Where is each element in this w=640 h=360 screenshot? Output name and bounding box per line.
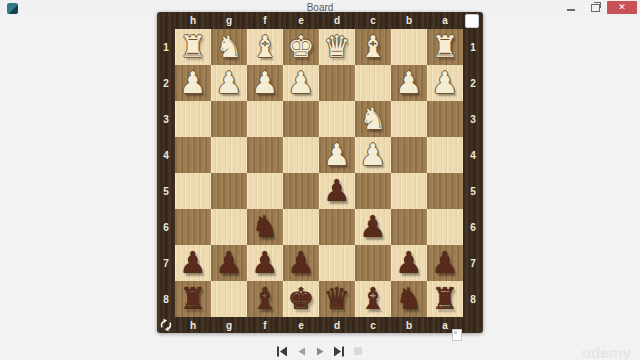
- square-f3[interactable]: [247, 101, 283, 137]
- rank-label-right-1: 1: [463, 29, 483, 65]
- square-c6[interactable]: ♟: [355, 209, 391, 245]
- piece-wQ-d1[interactable]: ♛: [319, 29, 355, 65]
- square-a2[interactable]: ♟: [427, 65, 463, 101]
- file-label-bottom-h: h: [175, 317, 211, 333]
- square-e6[interactable]: [283, 209, 319, 245]
- square-a7[interactable]: ♟: [427, 245, 463, 281]
- square-h6[interactable]: [175, 209, 211, 245]
- square-g3[interactable]: [211, 101, 247, 137]
- square-g8[interactable]: [211, 281, 247, 317]
- extra-control-button[interactable]: [351, 345, 365, 357]
- square-f6[interactable]: ♞: [247, 209, 283, 245]
- square-h8[interactable]: ♜: [175, 281, 211, 317]
- rank-label-right-7: 7: [463, 245, 483, 281]
- piece-bB-c8[interactable]: ♝: [355, 281, 391, 317]
- square-h7[interactable]: ♟: [175, 245, 211, 281]
- piece-wP-g2[interactable]: ♟: [211, 65, 247, 101]
- square-c8[interactable]: ♝: [355, 281, 391, 317]
- square-d6[interactable]: [319, 209, 355, 245]
- square-f1[interactable]: ♝: [247, 29, 283, 65]
- piece-bB-f8[interactable]: ♝: [247, 281, 283, 317]
- file-labels-bottom: hgfedcba: [175, 317, 463, 333]
- square-a1[interactable]: ♜: [427, 29, 463, 65]
- piece-wN-g1[interactable]: ♞: [211, 29, 247, 65]
- skip-to-start-icon: [276, 346, 288, 357]
- window-controls: ✕: [559, 1, 637, 14]
- piece-bP-f7[interactable]: ♟: [247, 245, 283, 281]
- square-h1[interactable]: ♜: [175, 29, 211, 65]
- square-g4[interactable]: [211, 137, 247, 173]
- close-button[interactable]: ✕: [607, 1, 637, 14]
- next-icon: [316, 347, 325, 356]
- previous-move-button[interactable]: [294, 345, 308, 357]
- rank-labels-left: 12345678: [157, 29, 175, 317]
- square-f2[interactable]: ♟: [247, 65, 283, 101]
- square-a8[interactable]: ♜: [427, 281, 463, 317]
- rank-label-left-7: 7: [157, 245, 175, 281]
- file-label-top-b: b: [391, 12, 427, 29]
- rank-label-left-6: 6: [157, 209, 175, 245]
- file-label-top-h: h: [175, 12, 211, 29]
- close-icon: ✕: [618, 1, 626, 14]
- square-d3[interactable]: [319, 101, 355, 137]
- square-b1[interactable]: [391, 29, 427, 65]
- square-f8[interactable]: ♝: [247, 281, 283, 317]
- square-c1[interactable]: ♝: [355, 29, 391, 65]
- square-a6[interactable]: [427, 209, 463, 245]
- small-image-placeholder-icon: [452, 329, 462, 341]
- circular-arrows-icon: [159, 318, 173, 332]
- square-a4[interactable]: [427, 137, 463, 173]
- rank-label-left-8: 8: [157, 281, 175, 317]
- square-c7[interactable]: [355, 245, 391, 281]
- square-b5[interactable]: [391, 173, 427, 209]
- file-label-top-g: g: [211, 12, 247, 29]
- square-e8[interactable]: ♚: [283, 281, 319, 317]
- file-label-bottom-c: c: [355, 317, 391, 333]
- piece-bP-g7[interactable]: ♟: [211, 245, 247, 281]
- board: ♜♞♝♚♛♝♜♟♟♟♟♟♟♞♟♟♟♞♟♟♟♟♟♟♟♜♝♚♛♝♞♜: [175, 29, 463, 317]
- square-e3[interactable]: [283, 101, 319, 137]
- piece-wP-e2[interactable]: ♟: [283, 65, 319, 101]
- white-to-move-indicator: [465, 14, 479, 28]
- restore-icon: [591, 4, 600, 12]
- rank-labels-right: 12345678: [463, 29, 483, 317]
- square-c2[interactable]: [355, 65, 391, 101]
- rank-label-right-5: 5: [463, 173, 483, 209]
- file-label-top-d: d: [319, 12, 355, 29]
- piece-bK-e8[interactable]: ♚: [283, 281, 319, 317]
- piece-wP-h2[interactable]: ♟: [175, 65, 211, 101]
- square-h4[interactable]: [175, 137, 211, 173]
- piece-wP-f2[interactable]: ♟: [247, 65, 283, 101]
- square-b8[interactable]: ♞: [391, 281, 427, 317]
- square-d2[interactable]: [319, 65, 355, 101]
- minimize-button[interactable]: [559, 1, 583, 14]
- piece-wR-a1[interactable]: ♜: [427, 29, 463, 65]
- square-f5[interactable]: [247, 173, 283, 209]
- minimize-icon: [567, 9, 575, 11]
- piece-wR-h1[interactable]: ♜: [175, 29, 211, 65]
- file-label-top-c: c: [355, 12, 391, 29]
- piece-bP-a7[interactable]: ♟: [427, 245, 463, 281]
- playback-controls: [0, 345, 640, 357]
- square-e2[interactable]: ♟: [283, 65, 319, 101]
- piece-wK-e1[interactable]: ♚: [283, 29, 319, 65]
- file-label-top-f: f: [247, 12, 283, 29]
- square-c3[interactable]: ♞: [355, 101, 391, 137]
- piece-bN-b8[interactable]: ♞: [391, 281, 427, 317]
- rank-label-right-4: 4: [463, 137, 483, 173]
- piece-bN-f6[interactable]: ♞: [247, 209, 283, 245]
- square-e5[interactable]: [283, 173, 319, 209]
- square-e4[interactable]: [283, 137, 319, 173]
- board-frame: hgfedcba 12345678 12345678 hgfedcba ♜♞♝♚…: [157, 12, 483, 333]
- piece-bR-h8[interactable]: ♜: [175, 281, 211, 317]
- piece-bP-b7[interactable]: ♟: [391, 245, 427, 281]
- square-b2[interactable]: ♟: [391, 65, 427, 101]
- square-h3[interactable]: [175, 101, 211, 137]
- square-a3[interactable]: [427, 101, 463, 137]
- rank-label-left-5: 5: [157, 173, 175, 209]
- piece-bP-h7[interactable]: ♟: [175, 245, 211, 281]
- file-label-bottom-f: f: [247, 317, 283, 333]
- rank-label-left-4: 4: [157, 137, 175, 173]
- rank-label-left-1: 1: [157, 29, 175, 65]
- next-move-button[interactable]: [313, 345, 327, 357]
- udemy-watermark: udemy: [582, 344, 631, 360]
- square-b6[interactable]: [391, 209, 427, 245]
- file-label-top-a: a: [427, 12, 463, 29]
- piece-wN-c3[interactable]: ♞: [355, 101, 391, 137]
- piece-wP-c4[interactable]: ♟: [355, 137, 391, 173]
- file-label-bottom-e: e: [283, 317, 319, 333]
- last-move-button[interactable]: [332, 345, 346, 357]
- square-g7[interactable]: ♟: [211, 245, 247, 281]
- square-d7[interactable]: [319, 245, 355, 281]
- first-move-button[interactable]: [275, 345, 289, 357]
- square-g2[interactable]: ♟: [211, 65, 247, 101]
- file-label-bottom-d: d: [319, 317, 355, 333]
- file-labels-top: hgfedcba: [175, 12, 463, 29]
- piece-wB-c1[interactable]: ♝: [355, 29, 391, 65]
- square-d8[interactable]: ♛: [319, 281, 355, 317]
- previous-icon: [297, 347, 306, 356]
- square-d4[interactable]: ♟: [319, 137, 355, 173]
- piece-bP-e7[interactable]: ♟: [283, 245, 319, 281]
- square-b3[interactable]: [391, 101, 427, 137]
- piece-bP-d5[interactable]: ♟: [319, 173, 355, 209]
- file-label-top-e: e: [283, 12, 319, 29]
- rank-label-right-6: 6: [463, 209, 483, 245]
- square-f7[interactable]: ♟: [247, 245, 283, 281]
- square-g1[interactable]: ♞: [211, 29, 247, 65]
- square-b7[interactable]: ♟: [391, 245, 427, 281]
- square-h5[interactable]: [175, 173, 211, 209]
- square-b4[interactable]: [391, 137, 427, 173]
- square-f4[interactable]: [247, 137, 283, 173]
- app-window: Board ✕ hgfedcba 12345678 12345678 hgfed…: [0, 0, 640, 360]
- flip-board-button[interactable]: [159, 318, 173, 332]
- piece-bQ-d8[interactable]: ♛: [319, 281, 355, 317]
- piece-wP-a2[interactable]: ♟: [427, 65, 463, 101]
- piece-bP-c6[interactable]: ♟: [355, 209, 391, 245]
- piece-wB-f1[interactable]: ♝: [247, 29, 283, 65]
- rank-label-left-3: 3: [157, 101, 175, 137]
- square-e1[interactable]: ♚: [283, 29, 319, 65]
- rank-label-left-2: 2: [157, 65, 175, 101]
- square-g6[interactable]: [211, 209, 247, 245]
- square-h2[interactable]: ♟: [175, 65, 211, 101]
- piece-bR-a8[interactable]: ♜: [427, 281, 463, 317]
- file-label-bottom-g: g: [211, 317, 247, 333]
- square-d1[interactable]: ♛: [319, 29, 355, 65]
- square-a5[interactable]: [427, 173, 463, 209]
- rank-label-right-8: 8: [463, 281, 483, 317]
- rank-label-right-3: 3: [463, 101, 483, 137]
- skip-to-end-icon: [333, 346, 345, 357]
- piece-wP-d4[interactable]: ♟: [319, 137, 355, 173]
- piece-wP-b2[interactable]: ♟: [391, 65, 427, 101]
- disabled-square-icon: [353, 346, 363, 356]
- square-d5[interactable]: ♟: [319, 173, 355, 209]
- square-c4[interactable]: ♟: [355, 137, 391, 173]
- file-label-bottom-b: b: [391, 317, 427, 333]
- square-g5[interactable]: [211, 173, 247, 209]
- restore-button[interactable]: [583, 1, 607, 14]
- square-c5[interactable]: [355, 173, 391, 209]
- rank-label-right-2: 2: [463, 65, 483, 101]
- square-e7[interactable]: ♟: [283, 245, 319, 281]
